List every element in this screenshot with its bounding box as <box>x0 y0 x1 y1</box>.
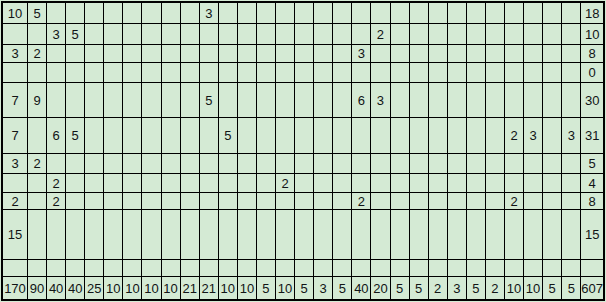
grid-cell-r6-c5[interactable] <box>85 118 103 153</box>
grid-cell-r9-c9[interactable] <box>162 193 180 209</box>
grid-cell-r7-c15[interactable] <box>276 154 294 173</box>
grid-cell-r12-c9[interactable]: 10 <box>162 277 180 299</box>
grid-cell-r4-c15[interactable] <box>276 63 294 82</box>
grid-cell-r8-c4[interactable] <box>66 174 84 192</box>
grid-cell-r1-c22[interactable] <box>410 3 428 23</box>
grid-cell-r9-c30[interactable] <box>562 193 580 209</box>
grid-cell-r4-c4[interactable] <box>66 63 84 82</box>
grid-cell-r4-c10[interactable] <box>181 63 199 82</box>
grid-cell-r2-c2[interactable] <box>28 24 46 44</box>
grid-cell-r2-c5[interactable] <box>85 24 103 44</box>
grid-cell-r5-c28[interactable] <box>524 83 542 117</box>
grid-cell-r2-c19[interactable] <box>352 24 370 44</box>
grid-cell-r12-c24[interactable]: 3 <box>448 277 466 299</box>
grid-cell-r6-c22[interactable] <box>410 118 428 153</box>
grid-cell-r4-c24[interactable] <box>448 63 466 82</box>
grid-cell-r12-c17[interactable]: 3 <box>314 277 332 299</box>
grid-cell-r2-c3[interactable]: 3 <box>47 24 65 44</box>
grid-cell-r5-c8[interactable] <box>142 83 160 117</box>
grid-cell-r6-c10[interactable] <box>181 118 199 153</box>
grid-cell-r11-c28[interactable] <box>524 260 542 276</box>
grid-cell-r3-c8[interactable] <box>142 45 160 62</box>
grid-cell-r5-c4[interactable] <box>66 83 84 117</box>
grid-cell-r6-c7[interactable] <box>123 118 141 153</box>
grid-cell-r5-c16[interactable] <box>295 83 313 117</box>
grid-cell-r7-c6[interactable] <box>104 154 122 173</box>
grid-cell-r11-c14[interactable] <box>257 260 275 276</box>
grid-cell-r10-c5[interactable] <box>85 210 103 259</box>
grid-cell-r3-c27[interactable] <box>505 45 523 62</box>
grid-cell-r8-c17[interactable] <box>314 174 332 192</box>
grid-cell-r6-c1[interactable]: 7 <box>3 118 27 153</box>
grid-cell-r6-c27[interactable]: 2 <box>505 118 523 153</box>
grid-cell-r5-c18[interactable] <box>333 83 351 117</box>
grid-cell-r11-c30[interactable] <box>562 260 580 276</box>
grid-cell-r11-c23[interactable] <box>429 260 447 276</box>
grid-cell-r1-c1[interactable]: 10 <box>3 3 27 23</box>
grid-cell-r11-c18[interactable] <box>333 260 351 276</box>
grid-cell-r7-c4[interactable] <box>66 154 84 173</box>
grid-cell-r8-c19[interactable] <box>352 174 370 192</box>
grid-cell-r6-c11[interactable] <box>200 118 218 153</box>
grid-cell-r11-c22[interactable] <box>410 260 428 276</box>
grid-cell-r9-c1[interactable]: 2 <box>3 193 27 209</box>
grid-cell-r2-c18[interactable] <box>333 24 351 44</box>
grid-cell-r10-c28[interactable] <box>524 210 542 259</box>
grid-cell-r5-c26[interactable] <box>486 83 504 117</box>
grid-cell-r10-c22[interactable] <box>410 210 428 259</box>
grid-cell-r12-c14[interactable]: 5 <box>257 277 275 299</box>
grid-cell-r5-c2[interactable]: 9 <box>28 83 46 117</box>
grid-cell-r5-c24[interactable] <box>448 83 466 117</box>
grid-cell-r3-c20[interactable] <box>371 45 389 62</box>
grid-cell-r3-c7[interactable] <box>123 45 141 62</box>
grid-cell-r8-c13[interactable] <box>238 174 256 192</box>
grid-cell-r4-c7[interactable] <box>123 63 141 82</box>
grid-cell-r10-c31[interactable]: 15 <box>581 210 603 259</box>
grid-cell-r7-c11[interactable] <box>200 154 218 173</box>
grid-cell-r1-c27[interactable] <box>505 3 523 23</box>
grid-cell-r7-c12[interactable] <box>219 154 237 173</box>
grid-cell-r5-c13[interactable] <box>238 83 256 117</box>
grid-cell-r4-c21[interactable] <box>391 63 409 82</box>
grid-cell-r10-c25[interactable] <box>467 210 485 259</box>
grid-cell-r3-c13[interactable] <box>238 45 256 62</box>
grid-cell-r8-c5[interactable] <box>85 174 103 192</box>
grid-cell-r8-c6[interactable] <box>104 174 122 192</box>
grid-cell-r6-c24[interactable] <box>448 118 466 153</box>
grid-cell-r3-c15[interactable] <box>276 45 294 62</box>
grid-cell-r3-c10[interactable] <box>181 45 199 62</box>
grid-cell-r1-c7[interactable] <box>123 3 141 23</box>
grid-cell-r10-c26[interactable] <box>486 210 504 259</box>
grid-cell-r9-c16[interactable] <box>295 193 313 209</box>
grid-cell-r2-c30[interactable] <box>562 24 580 44</box>
grid-cell-r10-c6[interactable] <box>104 210 122 259</box>
grid-cell-r1-c24[interactable] <box>448 3 466 23</box>
grid-cell-r10-c15[interactable] <box>276 210 294 259</box>
grid-cell-r12-c4[interactable]: 40 <box>66 277 84 299</box>
grid-cell-r1-c31[interactable]: 18 <box>581 3 603 23</box>
grid-cell-r5-c7[interactable] <box>123 83 141 117</box>
grid-cell-r4-c26[interactable] <box>486 63 504 82</box>
grid-cell-r12-c16[interactable]: 5 <box>295 277 313 299</box>
grid-cell-r7-c29[interactable] <box>543 154 561 173</box>
grid-cell-r9-c6[interactable] <box>104 193 122 209</box>
grid-cell-r8-c31[interactable]: 4 <box>581 174 603 192</box>
grid-cell-r12-c30[interactable]: 5 <box>562 277 580 299</box>
grid-cell-r12-c15[interactable]: 10 <box>276 277 294 299</box>
grid-cell-r4-c2[interactable] <box>28 63 46 82</box>
grid-cell-r12-c11[interactable]: 21 <box>200 277 218 299</box>
grid-cell-r4-c19[interactable] <box>352 63 370 82</box>
grid-cell-r10-c24[interactable] <box>448 210 466 259</box>
grid-cell-r4-c14[interactable] <box>257 63 275 82</box>
grid-cell-r8-c1[interactable] <box>3 174 27 192</box>
grid-cell-r3-c28[interactable] <box>524 45 542 62</box>
grid-cell-r8-c21[interactable] <box>391 174 409 192</box>
grid-cell-r7-c16[interactable] <box>295 154 313 173</box>
grid-cell-r5-c20[interactable]: 3 <box>371 83 389 117</box>
grid-cell-r11-c27[interactable] <box>505 260 523 276</box>
grid-cell-r8-c24[interactable] <box>448 174 466 192</box>
grid-cell-r9-c18[interactable] <box>333 193 351 209</box>
grid-cell-r8-c14[interactable] <box>257 174 275 192</box>
grid-cell-r9-c3[interactable]: 2 <box>47 193 65 209</box>
grid-cell-r3-c25[interactable] <box>467 45 485 62</box>
grid-cell-r9-c25[interactable] <box>467 193 485 209</box>
grid-cell-r1-c11[interactable]: 3 <box>200 3 218 23</box>
grid-cell-r6-c6[interactable] <box>104 118 122 153</box>
grid-cell-r11-c5[interactable] <box>85 260 103 276</box>
grid-cell-r7-c26[interactable] <box>486 154 504 173</box>
grid-cell-r10-c4[interactable] <box>66 210 84 259</box>
grid-cell-r11-c20[interactable] <box>371 260 389 276</box>
grid-cell-r1-c15[interactable] <box>276 3 294 23</box>
grid-cell-r3-c2[interactable]: 2 <box>28 45 46 62</box>
grid-cell-r8-c28[interactable] <box>524 174 542 192</box>
grid-cell-r11-c8[interactable] <box>142 260 160 276</box>
grid-cell-r5-c25[interactable] <box>467 83 485 117</box>
grid-cell-r3-c23[interactable] <box>429 45 447 62</box>
grid-cell-r7-c20[interactable] <box>371 154 389 173</box>
grid-cell-r1-c18[interactable] <box>333 3 351 23</box>
grid-cell-r2-c16[interactable] <box>295 24 313 44</box>
grid-cell-r10-c3[interactable] <box>47 210 65 259</box>
grid-cell-r10-c9[interactable] <box>162 210 180 259</box>
grid-cell-r9-c14[interactable] <box>257 193 275 209</box>
grid-cell-r5-c12[interactable] <box>219 83 237 117</box>
grid-cell-r9-c2[interactable] <box>28 193 46 209</box>
grid-cell-r1-c28[interactable] <box>524 3 542 23</box>
grid-cell-r12-c6[interactable]: 10 <box>104 277 122 299</box>
grid-cell-r12-c21[interactable]: 5 <box>391 277 409 299</box>
grid-cell-r10-c20[interactable] <box>371 210 389 259</box>
grid-cell-r6-c26[interactable] <box>486 118 504 153</box>
grid-cell-r10-c16[interactable] <box>295 210 313 259</box>
grid-cell-r10-c2[interactable] <box>28 210 46 259</box>
grid-cell-r7-c1[interactable]: 3 <box>3 154 27 173</box>
grid-cell-r7-c3[interactable] <box>47 154 65 173</box>
grid-cell-r7-c13[interactable] <box>238 154 256 173</box>
grid-cell-r7-c30[interactable] <box>562 154 580 173</box>
grid-cell-r9-c29[interactable] <box>543 193 561 209</box>
grid-cell-r12-c3[interactable]: 40 <box>47 277 65 299</box>
grid-cell-r6-c31[interactable]: 31 <box>581 118 603 153</box>
grid-cell-r5-c1[interactable]: 7 <box>3 83 27 117</box>
grid-cell-r8-c9[interactable] <box>162 174 180 192</box>
grid-cell-r1-c12[interactable] <box>219 3 237 23</box>
grid-cell-r4-c6[interactable] <box>104 63 122 82</box>
grid-cell-r9-c23[interactable] <box>429 193 447 209</box>
grid-cell-r11-c16[interactable] <box>295 260 313 276</box>
grid-cell-r11-c2[interactable] <box>28 260 46 276</box>
grid-cell-r7-c31[interactable]: 5 <box>581 154 603 173</box>
grid-cell-r6-c2[interactable] <box>28 118 46 153</box>
grid-cell-r2-c13[interactable] <box>238 24 256 44</box>
grid-cell-r8-c10[interactable] <box>181 174 199 192</box>
grid-cell-r2-c8[interactable] <box>142 24 160 44</box>
grid-cell-r7-c23[interactable] <box>429 154 447 173</box>
grid-cell-r12-c19[interactable]: 40 <box>352 277 370 299</box>
grid-cell-r11-c29[interactable] <box>543 260 561 276</box>
grid-cell-r6-c29[interactable] <box>543 118 561 153</box>
grid-cell-r12-c31[interactable]: 607 <box>581 277 603 299</box>
grid-cell-r5-c17[interactable] <box>314 83 332 117</box>
grid-cell-r11-c19[interactable] <box>352 260 370 276</box>
grid-cell-r7-c24[interactable] <box>448 154 466 173</box>
grid-cell-r3-c11[interactable] <box>200 45 218 62</box>
grid-cell-r1-c5[interactable] <box>85 3 103 23</box>
grid-cell-r3-c6[interactable] <box>104 45 122 62</box>
grid-cell-r1-c30[interactable] <box>562 3 580 23</box>
grid-cell-r4-c5[interactable] <box>85 63 103 82</box>
grid-cell-r9-c4[interactable] <box>66 193 84 209</box>
grid-cell-r3-c29[interactable] <box>543 45 561 62</box>
grid-cell-r8-c25[interactable] <box>467 174 485 192</box>
grid-cell-r6-c4[interactable]: 5 <box>66 118 84 153</box>
grid-cell-r6-c8[interactable] <box>142 118 160 153</box>
grid-cell-r11-c11[interactable] <box>200 260 218 276</box>
grid-cell-r6-c23[interactable] <box>429 118 447 153</box>
grid-cell-r4-c8[interactable] <box>142 63 160 82</box>
grid-cell-r1-c25[interactable] <box>467 3 485 23</box>
grid-cell-r3-c5[interactable] <box>85 45 103 62</box>
grid-cell-r3-c30[interactable] <box>562 45 580 62</box>
grid-cell-r9-c24[interactable] <box>448 193 466 209</box>
grid-cell-r8-c27[interactable] <box>505 174 523 192</box>
grid-cell-r2-c26[interactable] <box>486 24 504 44</box>
grid-cell-r1-c16[interactable] <box>295 3 313 23</box>
grid-cell-r9-c26[interactable] <box>486 193 504 209</box>
grid-cell-r1-c19[interactable] <box>352 3 370 23</box>
grid-cell-r7-c28[interactable] <box>524 154 542 173</box>
grid-cell-r2-c11[interactable] <box>200 24 218 44</box>
grid-cell-r6-c13[interactable] <box>238 118 256 153</box>
grid-cell-r9-c21[interactable] <box>391 193 409 209</box>
grid-cell-r10-c8[interactable] <box>142 210 160 259</box>
grid-cell-r11-c7[interactable] <box>123 260 141 276</box>
grid-cell-r4-c30[interactable] <box>562 63 580 82</box>
grid-cell-r7-c19[interactable] <box>352 154 370 173</box>
grid-cell-r2-c4[interactable]: 5 <box>66 24 84 44</box>
grid-cell-r2-c24[interactable] <box>448 24 466 44</box>
grid-cell-r10-c12[interactable] <box>219 210 237 259</box>
grid-cell-r5-c9[interactable] <box>162 83 180 117</box>
grid-cell-r9-c19[interactable]: 2 <box>352 193 370 209</box>
grid-cell-r2-c9[interactable] <box>162 24 180 44</box>
grid-cell-r8-c29[interactable] <box>543 174 561 192</box>
grid-cell-r7-c9[interactable] <box>162 154 180 173</box>
grid-cell-r5-c6[interactable] <box>104 83 122 117</box>
grid-cell-r6-c14[interactable] <box>257 118 275 153</box>
grid-cell-r10-c29[interactable] <box>543 210 561 259</box>
grid-cell-r12-c29[interactable]: 5 <box>543 277 561 299</box>
grid-cell-r7-c25[interactable] <box>467 154 485 173</box>
grid-cell-r11-c24[interactable] <box>448 260 466 276</box>
grid-cell-r3-c3[interactable] <box>47 45 65 62</box>
grid-cell-r7-c14[interactable] <box>257 154 275 173</box>
grid-cell-r4-c28[interactable] <box>524 63 542 82</box>
grid-cell-r4-c23[interactable] <box>429 63 447 82</box>
grid-cell-r4-c3[interactable] <box>47 63 65 82</box>
grid-cell-r2-c10[interactable] <box>181 24 199 44</box>
grid-cell-r8-c18[interactable] <box>333 174 351 192</box>
grid-cell-r1-c9[interactable] <box>162 3 180 23</box>
grid-cell-r8-c26[interactable] <box>486 174 504 192</box>
grid-cell-r5-c3[interactable] <box>47 83 65 117</box>
grid-cell-r9-c13[interactable] <box>238 193 256 209</box>
grid-cell-r6-c30[interactable]: 3 <box>562 118 580 153</box>
grid-cell-r2-c29[interactable] <box>543 24 561 44</box>
grid-cell-r11-c13[interactable] <box>238 260 256 276</box>
grid-cell-r10-c27[interactable] <box>505 210 523 259</box>
grid-cell-r6-c19[interactable] <box>352 118 370 153</box>
grid-cell-r11-c21[interactable] <box>391 260 409 276</box>
grid-cell-r11-c26[interactable] <box>486 260 504 276</box>
grid-cell-r7-c8[interactable] <box>142 154 160 173</box>
grid-cell-r4-c13[interactable] <box>238 63 256 82</box>
grid-cell-r12-c22[interactable]: 5 <box>410 277 428 299</box>
grid-cell-r9-c15[interactable] <box>276 193 294 209</box>
grid-cell-r10-c30[interactable] <box>562 210 580 259</box>
grid-cell-r2-c21[interactable] <box>391 24 409 44</box>
grid-cell-r4-c9[interactable] <box>162 63 180 82</box>
grid-cell-r4-c12[interactable] <box>219 63 237 82</box>
grid-cell-r12-c23[interactable]: 2 <box>429 277 447 299</box>
grid-cell-r12-c10[interactable]: 21 <box>181 277 199 299</box>
grid-cell-r7-c10[interactable] <box>181 154 199 173</box>
grid-cell-r3-c14[interactable] <box>257 45 275 62</box>
grid-cell-r1-c29[interactable] <box>543 3 561 23</box>
grid-cell-r8-c20[interactable] <box>371 174 389 192</box>
grid-cell-r8-c11[interactable] <box>200 174 218 192</box>
grid-cell-r5-c10[interactable] <box>181 83 199 117</box>
grid-cell-r2-c17[interactable] <box>314 24 332 44</box>
grid-cell-r1-c26[interactable] <box>486 3 504 23</box>
grid-cell-r6-c17[interactable] <box>314 118 332 153</box>
grid-cell-r9-c28[interactable] <box>524 193 542 209</box>
grid-cell-r6-c25[interactable] <box>467 118 485 153</box>
grid-cell-r10-c18[interactable] <box>333 210 351 259</box>
grid-cell-r1-c10[interactable] <box>181 3 199 23</box>
grid-cell-r5-c23[interactable] <box>429 83 447 117</box>
grid-cell-r6-c3[interactable]: 6 <box>47 118 65 153</box>
grid-cell-r1-c21[interactable] <box>391 3 409 23</box>
grid-cell-r5-c31[interactable]: 30 <box>581 83 603 117</box>
grid-cell-r6-c20[interactable] <box>371 118 389 153</box>
grid-cell-r11-c1[interactable] <box>3 260 27 276</box>
grid-cell-r10-c13[interactable] <box>238 210 256 259</box>
grid-cell-r11-c31[interactable] <box>581 260 603 276</box>
grid-cell-r3-c12[interactable] <box>219 45 237 62</box>
grid-cell-r12-c7[interactable]: 10 <box>123 277 141 299</box>
grid-cell-r7-c7[interactable] <box>123 154 141 173</box>
grid-cell-r2-c14[interactable] <box>257 24 275 44</box>
grid-cell-r10-c23[interactable] <box>429 210 447 259</box>
grid-cell-r5-c11[interactable]: 5 <box>200 83 218 117</box>
grid-cell-r11-c17[interactable] <box>314 260 332 276</box>
grid-cell-r7-c27[interactable] <box>505 154 523 173</box>
grid-cell-r10-c10[interactable] <box>181 210 199 259</box>
grid-cell-r1-c14[interactable] <box>257 3 275 23</box>
grid-cell-r8-c2[interactable] <box>28 174 46 192</box>
grid-cell-r11-c12[interactable] <box>219 260 237 276</box>
grid-cell-r4-c20[interactable] <box>371 63 389 82</box>
grid-cell-r1-c20[interactable] <box>371 3 389 23</box>
grid-cell-r12-c28[interactable]: 10 <box>524 277 542 299</box>
grid-cell-r11-c3[interactable] <box>47 260 65 276</box>
grid-cell-r2-c1[interactable] <box>3 24 27 44</box>
grid-cell-r11-c10[interactable] <box>181 260 199 276</box>
grid-cell-r7-c22[interactable] <box>410 154 428 173</box>
grid-cell-r3-c4[interactable] <box>66 45 84 62</box>
grid-cell-r3-c21[interactable] <box>391 45 409 62</box>
grid-cell-r6-c12[interactable]: 5 <box>219 118 237 153</box>
grid-cell-r8-c3[interactable]: 2 <box>47 174 65 192</box>
grid-cell-r3-c9[interactable] <box>162 45 180 62</box>
grid-cell-r11-c15[interactable] <box>276 260 294 276</box>
grid-cell-r8-c12[interactable] <box>219 174 237 192</box>
grid-cell-r2-c28[interactable] <box>524 24 542 44</box>
grid-cell-r11-c4[interactable] <box>66 260 84 276</box>
grid-cell-r11-c9[interactable] <box>162 260 180 276</box>
grid-cell-r7-c5[interactable] <box>85 154 103 173</box>
grid-cell-r4-c18[interactable] <box>333 63 351 82</box>
grid-cell-r12-c2[interactable]: 90 <box>28 277 46 299</box>
grid-cell-r1-c13[interactable] <box>238 3 256 23</box>
grid-cell-r3-c16[interactable] <box>295 45 313 62</box>
grid-cell-r8-c7[interactable] <box>123 174 141 192</box>
grid-cell-r6-c21[interactable] <box>391 118 409 153</box>
grid-cell-r9-c5[interactable] <box>85 193 103 209</box>
grid-cell-r9-c17[interactable] <box>314 193 332 209</box>
grid-cell-r1-c3[interactable] <box>47 3 65 23</box>
grid-cell-r1-c23[interactable] <box>429 3 447 23</box>
grid-cell-r6-c18[interactable] <box>333 118 351 153</box>
grid-cell-r12-c18[interactable]: 5 <box>333 277 351 299</box>
grid-cell-r2-c22[interactable] <box>410 24 428 44</box>
grid-cell-r8-c8[interactable] <box>142 174 160 192</box>
grid-cell-r10-c19[interactable] <box>352 210 370 259</box>
grid-cell-r9-c27[interactable]: 2 <box>505 193 523 209</box>
grid-cell-r12-c8[interactable]: 10 <box>142 277 160 299</box>
grid-cell-r4-c16[interactable] <box>295 63 313 82</box>
grid-cell-r1-c2[interactable]: 5 <box>28 3 46 23</box>
grid-cell-r2-c25[interactable] <box>467 24 485 44</box>
grid-cell-r3-c26[interactable] <box>486 45 504 62</box>
grid-cell-r3-c31[interactable]: 8 <box>581 45 603 62</box>
